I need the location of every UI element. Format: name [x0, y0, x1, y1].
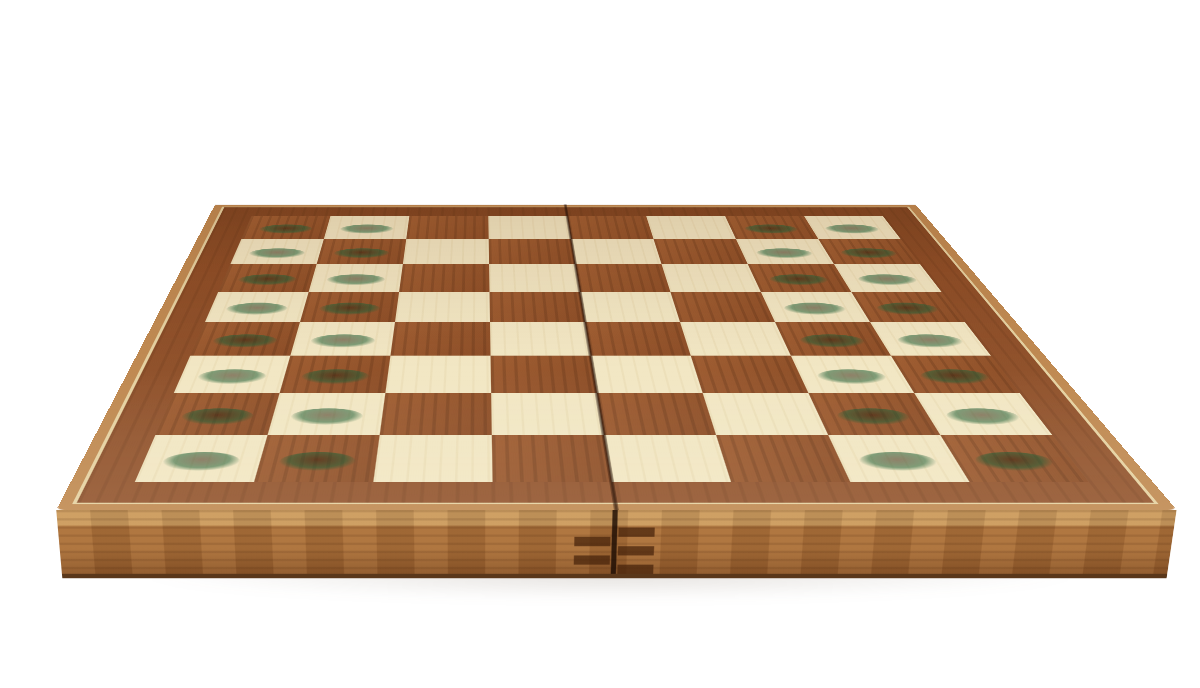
square-f4[interactable] — [491, 356, 597, 393]
square-e6[interactable] — [680, 322, 791, 356]
black-rook-icon: ♜ — [944, 291, 1093, 476]
box-front-face — [56, 510, 1176, 579]
chess-board: ♜♞♝♛♚♝♞♜♟♟♟♟♟♟♟♟♟♟♟♟♟♟♟♟♜♞♝♛♚♝♞♜ — [56, 205, 1176, 510]
square-f3[interactable] — [385, 356, 491, 393]
square-b4[interactable] — [489, 239, 576, 264]
square-h3[interactable] — [373, 435, 492, 482]
square-d6[interactable] — [670, 292, 775, 322]
square-g3[interactable] — [380, 393, 492, 435]
square-e3[interactable] — [390, 322, 490, 356]
square-b5[interactable] — [571, 239, 661, 264]
white-rook-icon: ♜ — [126, 291, 275, 476]
square-b6[interactable] — [654, 239, 748, 264]
square-f5[interactable] — [591, 356, 703, 393]
square-d3[interactable] — [395, 292, 490, 322]
square-b3[interactable] — [403, 239, 489, 264]
square-d5[interactable] — [580, 292, 680, 322]
dovetail-joints-left — [574, 528, 611, 574]
square-e4[interactable] — [490, 322, 591, 356]
square-h6[interactable] — [716, 435, 850, 482]
square-a6[interactable] — [646, 216, 736, 239]
white-pawn-icon: ♟ — [260, 332, 374, 473]
square-e5[interactable] — [585, 322, 691, 356]
dovetail-joints-right — [617, 528, 655, 574]
square-f6[interactable] — [691, 356, 809, 393]
square-a3[interactable] — [406, 216, 488, 239]
square-h5[interactable] — [604, 435, 731, 482]
square-a5[interactable] — [567, 216, 653, 239]
square-g5[interactable] — [597, 393, 716, 435]
square-h4[interactable] — [492, 435, 612, 482]
photo-scene: Product photo of a folding wooden chess … — [0, 0, 1200, 688]
black-pawn-icon: ♟ — [844, 332, 958, 473]
square-d4[interactable] — [490, 292, 585, 322]
square-g4[interactable] — [491, 393, 604, 435]
square-a4[interactable] — [488, 216, 571, 239]
square-g6[interactable] — [703, 393, 828, 435]
